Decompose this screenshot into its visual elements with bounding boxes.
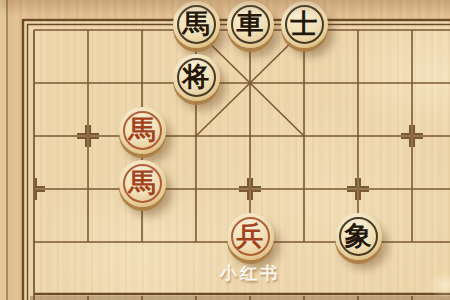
piece-black-general[interactable]: 将 (173, 54, 220, 101)
piece-character: 象 (345, 222, 372, 249)
piece-character: 車 (237, 10, 264, 37)
piece-red-horse[interactable]: 馬 (119, 107, 166, 154)
piece-black-horse[interactable]: 馬 (173, 1, 220, 48)
piece-character: 馬 (129, 116, 156, 143)
piece-black-chariot[interactable]: 車 (227, 1, 274, 48)
piece-character: 士 (291, 10, 318, 37)
point-marker (22, 177, 46, 201)
piece-character: 馬 (129, 169, 156, 196)
board-surface (23, 20, 450, 300)
piece-red-horse[interactable]: 馬 (119, 160, 166, 207)
piece-black-advisor[interactable]: 士 (281, 1, 328, 48)
point-marker (400, 124, 424, 148)
piece-character: 馬 (183, 10, 210, 37)
point-marker (76, 124, 100, 148)
piece-character: 将 (183, 63, 210, 90)
piece-red-soldier[interactable]: 兵 (227, 213, 274, 260)
piece-character: 兵 (237, 222, 264, 249)
xiangqi-board-screen[interactable]: 馬車士将馬馬兵象 小红书 (0, 0, 450, 300)
board-surface-grain (23, 20, 450, 300)
point-marker (346, 177, 370, 201)
piece-black-elephant[interactable]: 象 (335, 213, 382, 260)
watermark-xiaohongshu: 小红书 (220, 262, 280, 285)
point-marker (238, 177, 262, 201)
